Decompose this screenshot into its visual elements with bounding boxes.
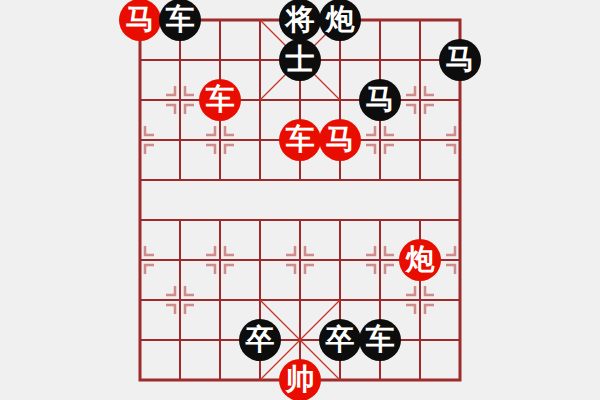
piece-glyph: 士: [286, 45, 315, 74]
piece-glyph: 车: [206, 85, 235, 114]
piece-black-advisor[interactable]: 士: [279, 39, 321, 81]
piece-red-horse[interactable]: 马: [319, 119, 361, 161]
piece-black-horse[interactable]: 马: [359, 79, 401, 121]
piece-glyph: 炮: [326, 5, 355, 34]
piece-red-horse[interactable]: 马: [119, 0, 161, 41]
piece-glyph: 马: [326, 125, 355, 154]
piece-black-general[interactable]: 将: [279, 0, 321, 41]
piece-glyph: 车: [286, 125, 315, 154]
xiangqi-diagram: 马车将炮士马车马车马炮卒卒车帅: [0, 0, 600, 400]
piece-glyph: 卒: [326, 325, 355, 354]
piece-red-chariot[interactable]: 车: [199, 79, 241, 121]
piece-glyph: 炮: [406, 245, 435, 274]
piece-glyph: 帅: [286, 365, 315, 394]
piece-black-soldier[interactable]: 卒: [319, 319, 361, 361]
piece-red-chariot[interactable]: 车: [279, 119, 321, 161]
piece-black-horse[interactable]: 马: [439, 39, 481, 81]
piece-black-soldier[interactable]: 卒: [239, 319, 281, 361]
piece-glyph: 马: [126, 5, 155, 34]
piece-red-general[interactable]: 帅: [279, 359, 321, 400]
piece-black-chariot[interactable]: 车: [159, 0, 201, 41]
piece-glyph: 卒: [246, 325, 275, 354]
piece-glyph: 马: [366, 85, 395, 114]
piece-glyph: 车: [366, 325, 395, 354]
piece-glyph: 将: [286, 5, 315, 34]
piece-black-cannon[interactable]: 炮: [319, 0, 361, 41]
piece-glyph: 车: [166, 5, 195, 34]
piece-red-cannon[interactable]: 炮: [399, 239, 441, 281]
piece-glyph: 马: [446, 45, 475, 74]
piece-black-chariot[interactable]: 车: [359, 319, 401, 361]
piece-layer: 马车将炮士马车马车马炮卒卒车帅: [120, 0, 480, 400]
